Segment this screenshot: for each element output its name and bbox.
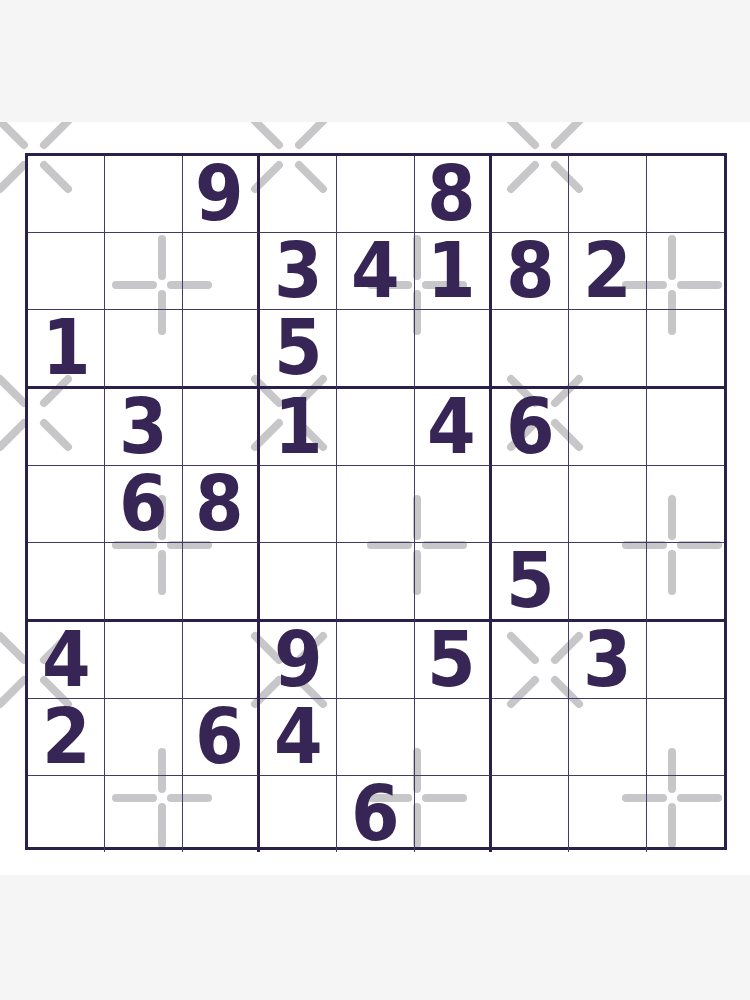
given-digit: 4: [427, 389, 476, 465]
cell-r7c5[interactable]: [337, 622, 414, 699]
cell-r8c1[interactable]: 2: [28, 699, 105, 776]
cell-r3c4[interactable]: 5: [260, 310, 337, 389]
cell-r4c6[interactable]: 4: [415, 389, 492, 466]
cell-r7c9[interactable]: [647, 622, 724, 699]
cell-r8c9[interactable]: [647, 699, 724, 776]
cell-r6c3[interactable]: [183, 543, 260, 622]
cell-r8c3[interactable]: 6: [183, 699, 260, 776]
cell-r9c8[interactable]: [569, 776, 646, 852]
cell-r7c6[interactable]: 5: [415, 622, 492, 699]
cell-r1c9[interactable]: [647, 156, 724, 233]
cell-r8c5[interactable]: [337, 699, 414, 776]
cell-r2c1[interactable]: [28, 233, 105, 310]
cell-r3c3[interactable]: [183, 310, 260, 389]
cell-r5c2[interactable]: 6: [105, 466, 182, 543]
product-page-background: 983418215314668549532646: [0, 0, 750, 1000]
given-digit: 6: [506, 389, 555, 465]
given-digit: 4: [42, 622, 91, 698]
x-mark: [44, 122, 68, 145]
cell-r1c7[interactable]: [492, 156, 569, 233]
cell-r1c3[interactable]: 9: [183, 156, 260, 233]
cell-r1c1[interactable]: [28, 156, 105, 233]
cell-r7c4[interactable]: 9: [260, 622, 337, 699]
cell-r1c5[interactable]: [337, 156, 414, 233]
given-digit: 3: [583, 622, 632, 698]
x-mark: [0, 423, 24, 447]
cell-r6c7[interactable]: 5: [492, 543, 569, 622]
sudoku-artwork-panel: 983418215314668549532646: [0, 122, 750, 875]
cell-r2c8[interactable]: 2: [569, 233, 646, 310]
cell-r2c9[interactable]: [647, 233, 724, 310]
cell-r2c5[interactable]: 4: [337, 233, 414, 310]
cell-r2c6[interactable]: 1: [415, 233, 492, 310]
cell-r3c6[interactable]: [415, 310, 492, 389]
cell-r4c2[interactable]: 3: [105, 389, 182, 466]
cell-r2c2[interactable]: [105, 233, 182, 310]
given-digit: 1: [42, 310, 91, 386]
cell-r5c4[interactable]: [260, 466, 337, 543]
cell-r8c4[interactable]: 4: [260, 699, 337, 776]
cell-r7c3[interactable]: [183, 622, 260, 699]
given-digit: 4: [274, 699, 323, 775]
cell-r5c3[interactable]: 8: [183, 466, 260, 543]
sudoku-board: 983418215314668549532646: [25, 153, 727, 850]
given-digit: 6: [351, 776, 400, 852]
cell-r7c8[interactable]: 3: [569, 622, 646, 699]
x-mark: [0, 165, 24, 189]
cell-r9c9[interactable]: [647, 776, 724, 852]
x-mark: [255, 122, 279, 145]
cell-r3c2[interactable]: [105, 310, 182, 389]
given-digit: 1: [274, 389, 323, 465]
cell-r9c5[interactable]: 6: [337, 776, 414, 852]
cell-r1c4[interactable]: [260, 156, 337, 233]
given-digit: 6: [195, 699, 244, 775]
cell-r1c2[interactable]: [105, 156, 182, 233]
cell-r5c1[interactable]: [28, 466, 105, 543]
cell-r5c9[interactable]: [647, 466, 724, 543]
cell-r2c3[interactable]: [183, 233, 260, 310]
given-digit: 5: [506, 543, 555, 619]
cell-r2c4[interactable]: 3: [260, 233, 337, 310]
given-digit: 5: [274, 310, 323, 386]
cell-r4c9[interactable]: [647, 389, 724, 466]
cell-r4c5[interactable]: [337, 389, 414, 466]
cell-r4c8[interactable]: [569, 389, 646, 466]
x-mark: [511, 122, 535, 145]
cell-r4c7[interactable]: 6: [492, 389, 569, 466]
given-digit: 2: [42, 699, 91, 775]
cell-r8c7[interactable]: [492, 699, 569, 776]
given-digit: 9: [195, 156, 244, 232]
cell-r9c3[interactable]: [183, 776, 260, 852]
x-mark: [0, 379, 24, 403]
x-mark: [555, 122, 579, 145]
given-digit: 6: [119, 466, 168, 542]
cell-r3c8[interactable]: [569, 310, 646, 389]
given-digit: 8: [506, 233, 555, 309]
x-mark: [0, 636, 24, 660]
given-digit: 8: [427, 156, 476, 232]
given-digit: 3: [274, 233, 323, 309]
cell-r5c8[interactable]: [569, 466, 646, 543]
x-mark: [299, 122, 323, 145]
cell-r2c7[interactable]: 8: [492, 233, 569, 310]
cell-r9c4[interactable]: [260, 776, 337, 852]
cell-r9c7[interactable]: [492, 776, 569, 852]
cell-r7c1[interactable]: 4: [28, 622, 105, 699]
cell-r1c8[interactable]: [569, 156, 646, 233]
cell-r6c4[interactable]: [260, 543, 337, 622]
cell-r6c5[interactable]: [337, 543, 414, 622]
cell-r8c6[interactable]: [415, 699, 492, 776]
cell-r3c1[interactable]: 1: [28, 310, 105, 389]
cell-r7c7[interactable]: [492, 622, 569, 699]
cell-r6c6[interactable]: [415, 543, 492, 622]
x-mark: [0, 680, 24, 704]
cell-r9c6[interactable]: [415, 776, 492, 852]
cell-r9c1[interactable]: [28, 776, 105, 852]
cell-r8c2[interactable]: [105, 699, 182, 776]
cell-r6c8[interactable]: [569, 543, 646, 622]
cell-r4c3[interactable]: [183, 389, 260, 466]
cell-r6c9[interactable]: [647, 543, 724, 622]
cell-r1c6[interactable]: 8: [415, 156, 492, 233]
given-digit: 8: [195, 466, 244, 542]
cell-r5c6[interactable]: [415, 466, 492, 543]
cell-r6c1[interactable]: [28, 543, 105, 622]
cell-r5c5[interactable]: [337, 466, 414, 543]
cell-r3c9[interactable]: [647, 310, 724, 389]
given-digit: 3: [119, 389, 168, 465]
cell-r3c5[interactable]: [337, 310, 414, 389]
given-digit: 1: [427, 233, 476, 309]
given-digit: 4: [351, 233, 400, 309]
cell-r9c2[interactable]: [105, 776, 182, 852]
given-digit: 9: [274, 622, 323, 698]
cell-r4c4[interactable]: 1: [260, 389, 337, 466]
cell-r4c1[interactable]: [28, 389, 105, 466]
cell-r7c2[interactable]: [105, 622, 182, 699]
x-mark: [0, 122, 24, 145]
cell-r5c7[interactable]: [492, 466, 569, 543]
cell-r3c7[interactable]: [492, 310, 569, 389]
given-digit: 5: [427, 622, 476, 698]
given-digit: 2: [583, 233, 632, 309]
cell-r6c2[interactable]: [105, 543, 182, 622]
cell-r8c8[interactable]: [569, 699, 646, 776]
